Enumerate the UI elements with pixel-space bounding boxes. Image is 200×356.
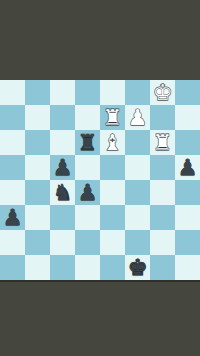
bottom-letterbox	[0, 282, 200, 356]
square-d7[interactable]	[75, 105, 100, 130]
square-f3[interactable]	[125, 205, 150, 230]
square-f7[interactable]: ♟	[125, 105, 150, 130]
square-f6[interactable]	[125, 130, 150, 155]
square-e3[interactable]	[100, 205, 125, 230]
square-h4[interactable]	[175, 180, 200, 205]
square-d5[interactable]	[75, 155, 100, 180]
piece-black-pawn[interactable]: ♟	[0, 205, 25, 230]
square-g8[interactable]: ♚	[150, 80, 175, 105]
square-c4[interactable]: ♞	[50, 180, 75, 205]
piece-black-king[interactable]: ♚	[125, 255, 150, 280]
square-b2[interactable]	[25, 230, 50, 255]
square-b1[interactable]	[25, 255, 50, 280]
piece-white-rook[interactable]: ♜	[100, 105, 125, 130]
square-a6[interactable]	[0, 130, 25, 155]
square-a3[interactable]: ♟	[0, 205, 25, 230]
square-d8[interactable]	[75, 80, 100, 105]
square-h6[interactable]	[175, 130, 200, 155]
chess-app-screen: ♚♜♟♜♝♜♟♟♞♟♟♚	[0, 0, 200, 356]
square-f1[interactable]: ♚	[125, 255, 150, 280]
square-h8[interactable]	[175, 80, 200, 105]
square-d1[interactable]	[75, 255, 100, 280]
square-a5[interactable]	[0, 155, 25, 180]
square-g6[interactable]: ♜	[150, 130, 175, 155]
square-a4[interactable]	[0, 180, 25, 205]
piece-black-rook[interactable]: ♜	[75, 130, 100, 155]
square-f8[interactable]	[125, 80, 150, 105]
chess-board: ♚♜♟♜♝♜♟♟♞♟♟♚	[0, 80, 200, 280]
piece-black-pawn[interactable]: ♟	[50, 155, 75, 180]
square-c1[interactable]	[50, 255, 75, 280]
top-letterbox	[0, 0, 200, 80]
piece-white-bishop[interactable]: ♝	[100, 130, 125, 155]
square-d3[interactable]	[75, 205, 100, 230]
square-d6[interactable]: ♜	[75, 130, 100, 155]
square-e2[interactable]	[100, 230, 125, 255]
square-h1[interactable]	[175, 255, 200, 280]
square-c8[interactable]	[50, 80, 75, 105]
square-e1[interactable]	[100, 255, 125, 280]
square-b8[interactable]	[25, 80, 50, 105]
piece-black-pawn[interactable]: ♟	[175, 155, 200, 180]
square-f2[interactable]	[125, 230, 150, 255]
square-h3[interactable]	[175, 205, 200, 230]
piece-white-pawn[interactable]: ♟	[125, 105, 150, 130]
square-g2[interactable]	[150, 230, 175, 255]
square-g3[interactable]	[150, 205, 175, 230]
square-c3[interactable]	[50, 205, 75, 230]
square-g5[interactable]	[150, 155, 175, 180]
square-a7[interactable]	[0, 105, 25, 130]
piece-black-pawn[interactable]: ♟	[75, 180, 100, 205]
square-a2[interactable]	[0, 230, 25, 255]
square-c5[interactable]: ♟	[50, 155, 75, 180]
square-d2[interactable]	[75, 230, 100, 255]
square-a8[interactable]	[0, 80, 25, 105]
square-g4[interactable]	[150, 180, 175, 205]
square-c2[interactable]	[50, 230, 75, 255]
square-g1[interactable]	[150, 255, 175, 280]
square-e5[interactable]	[100, 155, 125, 180]
square-c6[interactable]	[50, 130, 75, 155]
piece-white-rook[interactable]: ♜	[150, 130, 175, 155]
piece-white-king[interactable]: ♚	[150, 80, 175, 105]
square-d4[interactable]: ♟	[75, 180, 100, 205]
square-e6[interactable]: ♝	[100, 130, 125, 155]
square-b6[interactable]	[25, 130, 50, 155]
square-e8[interactable]	[100, 80, 125, 105]
square-h5[interactable]: ♟	[175, 155, 200, 180]
square-a1[interactable]	[0, 255, 25, 280]
square-f5[interactable]	[125, 155, 150, 180]
square-h2[interactable]	[175, 230, 200, 255]
square-b4[interactable]	[25, 180, 50, 205]
square-b5[interactable]	[25, 155, 50, 180]
square-g7[interactable]	[150, 105, 175, 130]
square-e7[interactable]: ♜	[100, 105, 125, 130]
square-b3[interactable]	[25, 205, 50, 230]
piece-black-knight[interactable]: ♞	[50, 180, 75, 205]
square-c7[interactable]	[50, 105, 75, 130]
square-f4[interactable]	[125, 180, 150, 205]
square-b7[interactable]	[25, 105, 50, 130]
square-e4[interactable]	[100, 180, 125, 205]
square-h7[interactable]	[175, 105, 200, 130]
